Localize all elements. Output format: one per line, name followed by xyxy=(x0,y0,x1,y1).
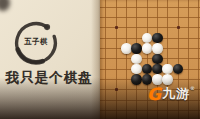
black-stone xyxy=(152,64,162,74)
white-stone xyxy=(131,54,141,64)
white-stone xyxy=(142,33,152,43)
ink-smudge xyxy=(0,0,10,11)
game-title: 五子棋 xyxy=(13,37,59,47)
black-stone xyxy=(173,64,183,74)
black-stone xyxy=(152,54,162,64)
black-stone xyxy=(142,64,152,74)
watermark: G 九游® xyxy=(147,83,196,105)
watermark-text: 九游® xyxy=(162,83,196,105)
white-stone xyxy=(152,43,162,53)
white-stone xyxy=(162,64,172,74)
star-point xyxy=(177,26,180,29)
black-stone xyxy=(152,33,162,43)
star-point xyxy=(115,88,118,91)
white-stone xyxy=(142,43,152,53)
star-point xyxy=(115,26,118,29)
left-paper-panel: 五子棋 我只是个棋盘 xyxy=(0,0,100,119)
white-stone xyxy=(121,43,131,53)
black-stone xyxy=(131,74,141,84)
page-fold-shadow xyxy=(91,0,100,119)
screenshot-stage: 五子棋 我只是个棋盘 G 九游® xyxy=(0,0,200,119)
white-stone xyxy=(131,64,141,74)
black-stone xyxy=(131,43,141,53)
registered-mark: ® xyxy=(190,85,196,91)
9game-g-icon: G xyxy=(147,83,161,105)
slogan-text: 我只是个棋盘 xyxy=(0,69,98,87)
